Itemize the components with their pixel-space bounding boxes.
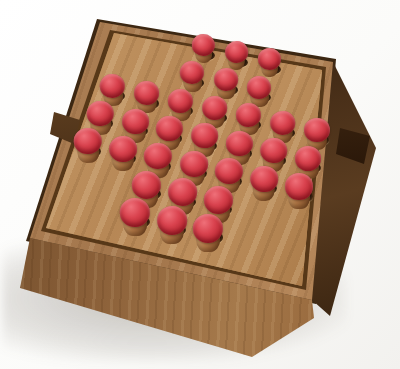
peg-top — [270, 110, 297, 135]
peg-top — [285, 173, 313, 199]
peg-r4c6[interactable] — [285, 173, 313, 210]
peg-top — [193, 213, 224, 242]
peg-top — [157, 205, 188, 235]
peg-top — [247, 75, 272, 98]
peg-top — [257, 48, 280, 70]
peg-solitaire-photo — [0, 0, 400, 369]
peg-r4c5[interactable] — [249, 165, 279, 203]
peg-top — [225, 131, 252, 157]
peg-r6c3[interactable] — [156, 205, 188, 246]
peg-r6c4[interactable] — [193, 213, 224, 253]
peg-top — [295, 146, 322, 171]
peg-r4c1[interactable] — [109, 136, 137, 173]
peg-top — [204, 186, 233, 214]
pegs-layer — [0, 0, 400, 369]
peg-r6c2[interactable] — [120, 198, 152, 239]
peg-top — [121, 108, 148, 134]
peg-r4c0[interactable] — [73, 128, 103, 166]
peg-r0c4[interactable] — [257, 48, 281, 79]
